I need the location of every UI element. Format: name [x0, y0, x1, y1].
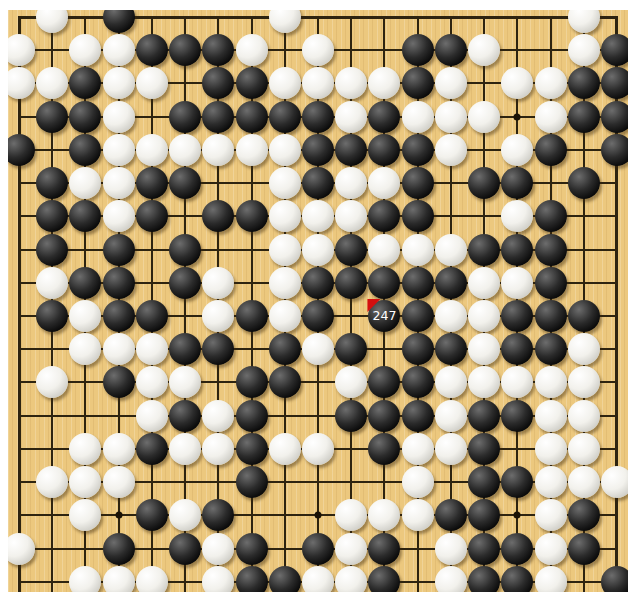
black-stone — [236, 466, 268, 498]
black-stone — [169, 333, 201, 365]
black-stone — [269, 333, 301, 365]
black-stone — [169, 533, 201, 565]
white-stone — [269, 267, 301, 299]
black-stone — [236, 101, 268, 133]
white-stone — [136, 400, 168, 432]
black-stone — [501, 300, 533, 332]
white-stone — [335, 200, 367, 232]
black-stone — [368, 366, 400, 398]
white-stone — [69, 499, 101, 531]
white-stone — [69, 167, 101, 199]
white-stone — [335, 67, 367, 99]
white-stone — [335, 366, 367, 398]
black-stone — [468, 433, 500, 465]
white-stone — [402, 433, 434, 465]
black-stone — [468, 533, 500, 565]
black-stone — [368, 533, 400, 565]
black-stone — [468, 466, 500, 498]
white-stone — [136, 333, 168, 365]
white-stone — [236, 134, 268, 166]
black-stone — [435, 34, 467, 66]
white-stone — [302, 34, 334, 66]
black-stone — [535, 333, 567, 365]
white-stone — [202, 134, 234, 166]
black-stone — [36, 101, 68, 133]
white-stone — [568, 34, 600, 66]
white-stone — [36, 366, 68, 398]
white-stone — [136, 67, 168, 99]
white-stone — [368, 67, 400, 99]
black-stone — [501, 466, 533, 498]
white-stone — [535, 533, 567, 565]
white-stone — [202, 400, 234, 432]
white-stone — [236, 34, 268, 66]
white-stone — [103, 333, 135, 365]
white-stone — [568, 400, 600, 432]
white-stone — [36, 267, 68, 299]
white-stone — [103, 101, 135, 133]
black-stone — [302, 167, 334, 199]
black-stone — [568, 67, 600, 99]
black-stone — [501, 333, 533, 365]
white-stone — [169, 433, 201, 465]
black-stone — [236, 400, 268, 432]
black-stone — [535, 134, 567, 166]
black-stone — [236, 433, 268, 465]
white-stone — [302, 234, 334, 266]
black-stone — [202, 333, 234, 365]
black-stone — [501, 400, 533, 432]
white-stone — [202, 533, 234, 565]
black-stone — [69, 134, 101, 166]
black-stone — [535, 300, 567, 332]
black-stone — [535, 200, 567, 232]
black-stone — [236, 67, 268, 99]
white-stone — [468, 101, 500, 133]
bottom-margin — [0, 592, 640, 598]
black-stone — [302, 101, 334, 133]
white-stone — [269, 300, 301, 332]
white-stone — [103, 167, 135, 199]
hoshi-star-point — [314, 512, 321, 519]
white-stone — [468, 333, 500, 365]
white-stone — [568, 433, 600, 465]
left-margin — [0, 0, 8, 598]
black-stone — [335, 333, 367, 365]
white-stone — [69, 466, 101, 498]
black-stone — [202, 101, 234, 133]
black-stone — [169, 101, 201, 133]
black-stone — [136, 433, 168, 465]
black-stone — [568, 300, 600, 332]
white-stone — [368, 499, 400, 531]
black-stone — [36, 200, 68, 232]
white-stone — [36, 67, 68, 99]
black-stone — [169, 234, 201, 266]
white-stone — [136, 366, 168, 398]
black-stone — [202, 499, 234, 531]
white-stone — [269, 433, 301, 465]
white-stone — [501, 200, 533, 232]
white-stone — [103, 67, 135, 99]
white-stone — [435, 234, 467, 266]
white-stone — [103, 134, 135, 166]
white-stone — [269, 234, 301, 266]
white-stone — [535, 101, 567, 133]
white-stone — [202, 300, 234, 332]
white-stone — [368, 167, 400, 199]
white-stone — [435, 433, 467, 465]
white-stone — [103, 433, 135, 465]
white-stone — [269, 167, 301, 199]
black-stone — [402, 366, 434, 398]
black-stone — [402, 300, 434, 332]
white-stone — [69, 34, 101, 66]
white-stone — [435, 400, 467, 432]
hoshi-star-point — [514, 512, 521, 519]
black-stone — [468, 234, 500, 266]
black-stone — [103, 300, 135, 332]
white-stone — [435, 101, 467, 133]
black-stone — [202, 200, 234, 232]
white-stone — [169, 134, 201, 166]
black-stone — [69, 267, 101, 299]
black-stone — [402, 67, 434, 99]
black-stone — [468, 499, 500, 531]
black-stone — [368, 400, 400, 432]
white-stone — [468, 300, 500, 332]
white-stone — [302, 433, 334, 465]
white-stone — [335, 167, 367, 199]
white-stone — [535, 67, 567, 99]
black-stone — [568, 101, 600, 133]
white-stone — [501, 267, 533, 299]
black-stone — [402, 134, 434, 166]
black-stone — [335, 234, 367, 266]
black-stone — [69, 67, 101, 99]
white-stone — [535, 433, 567, 465]
white-stone — [568, 333, 600, 365]
white-stone — [402, 466, 434, 498]
black-stone — [435, 499, 467, 531]
black-stone — [236, 366, 268, 398]
black-stone — [103, 234, 135, 266]
black-stone — [103, 267, 135, 299]
black-stone — [302, 267, 334, 299]
black-stone — [535, 234, 567, 266]
go-board[interactable]: 247 — [8, 10, 628, 592]
screenshot-frame: 247 — [0, 0, 640, 598]
white-stone — [202, 433, 234, 465]
black-stone — [435, 333, 467, 365]
black-stone — [136, 34, 168, 66]
black-stone — [568, 533, 600, 565]
white-stone — [36, 466, 68, 498]
white-stone — [535, 400, 567, 432]
black-stone — [501, 234, 533, 266]
white-stone — [335, 533, 367, 565]
white-stone — [302, 333, 334, 365]
black-stone — [269, 101, 301, 133]
black-stone — [368, 267, 400, 299]
white-stone — [435, 366, 467, 398]
black-stone — [169, 267, 201, 299]
white-stone — [535, 466, 567, 498]
move-number-label: 247 — [372, 310, 396, 323]
white-stone — [468, 34, 500, 66]
white-stone — [468, 267, 500, 299]
white-stone — [501, 134, 533, 166]
black-stone — [202, 34, 234, 66]
black-stone — [36, 300, 68, 332]
black-stone — [202, 67, 234, 99]
white-stone — [368, 234, 400, 266]
white-stone — [169, 499, 201, 531]
white-stone — [69, 333, 101, 365]
white-stone — [435, 67, 467, 99]
black-stone — [402, 200, 434, 232]
black-stone — [136, 300, 168, 332]
black-stone — [568, 167, 600, 199]
black-stone — [501, 167, 533, 199]
white-stone — [69, 433, 101, 465]
white-stone — [335, 101, 367, 133]
black-stone — [368, 433, 400, 465]
black-stone — [368, 200, 400, 232]
black-stone — [169, 167, 201, 199]
white-stone — [435, 533, 467, 565]
white-stone — [269, 200, 301, 232]
black-stone — [136, 499, 168, 531]
black-stone — [136, 167, 168, 199]
black-stone — [103, 366, 135, 398]
black-stone — [302, 300, 334, 332]
black-stone — [435, 267, 467, 299]
black-stone — [103, 533, 135, 565]
black-stone — [402, 267, 434, 299]
grid-line-vertical — [18, 16, 21, 592]
black-stone — [368, 134, 400, 166]
white-stone — [435, 134, 467, 166]
black-stone — [36, 234, 68, 266]
white-stone — [103, 200, 135, 232]
white-stone — [269, 67, 301, 99]
marked-move-stone: 247 — [368, 300, 400, 332]
white-stone — [468, 366, 500, 398]
white-stone — [535, 499, 567, 531]
white-stone — [402, 234, 434, 266]
black-stone — [236, 200, 268, 232]
black-stone — [402, 400, 434, 432]
white-stone — [103, 466, 135, 498]
black-stone — [136, 200, 168, 232]
white-stone — [335, 499, 367, 531]
white-stone — [202, 267, 234, 299]
black-stone — [302, 533, 334, 565]
white-stone — [302, 67, 334, 99]
black-stone — [302, 134, 334, 166]
black-stone — [69, 101, 101, 133]
white-stone — [169, 366, 201, 398]
black-stone — [36, 167, 68, 199]
black-stone — [169, 400, 201, 432]
black-stone — [236, 300, 268, 332]
black-stone — [236, 533, 268, 565]
white-stone — [103, 34, 135, 66]
black-stone — [535, 267, 567, 299]
black-stone — [402, 167, 434, 199]
hoshi-star-point — [514, 113, 521, 120]
black-stone — [335, 267, 367, 299]
black-stone — [335, 134, 367, 166]
top-margin — [0, 0, 640, 10]
black-stone — [468, 400, 500, 432]
white-stone — [269, 134, 301, 166]
black-stone — [169, 34, 201, 66]
white-stone — [402, 499, 434, 531]
white-stone — [535, 366, 567, 398]
black-stone — [368, 101, 400, 133]
white-stone — [402, 101, 434, 133]
right-margin — [628, 0, 640, 598]
black-stone — [269, 366, 301, 398]
hoshi-star-point — [115, 512, 122, 519]
white-stone — [435, 300, 467, 332]
black-stone — [568, 499, 600, 531]
black-stone — [501, 533, 533, 565]
white-stone — [136, 134, 168, 166]
black-stone — [69, 200, 101, 232]
white-stone — [501, 366, 533, 398]
white-stone — [568, 466, 600, 498]
white-stone — [568, 366, 600, 398]
black-stone — [402, 34, 434, 66]
black-stone — [468, 167, 500, 199]
white-stone — [69, 300, 101, 332]
white-stone — [501, 67, 533, 99]
white-stone — [302, 200, 334, 232]
black-stone — [402, 333, 434, 365]
black-stone — [335, 400, 367, 432]
